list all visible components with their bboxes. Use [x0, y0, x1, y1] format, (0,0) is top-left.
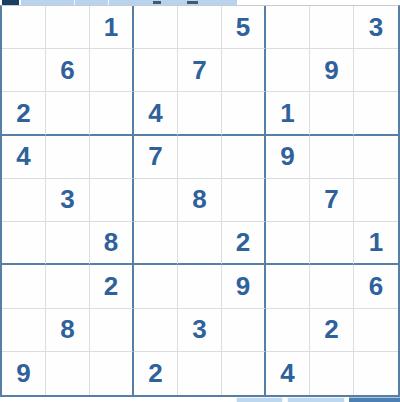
cell-r8c8[interactable]: 2 [310, 309, 354, 352]
cell-r3c4[interactable]: 4 [134, 92, 178, 135]
cell-r2c4[interactable] [134, 49, 178, 92]
cell-r9c8[interactable] [310, 352, 354, 395]
cell-r6c5[interactable] [178, 222, 222, 265]
cell-r6c1[interactable] [2, 222, 46, 265]
cell-r2c5[interactable]: 7 [178, 49, 222, 92]
cell-r4c4[interactable]: 7 [134, 136, 178, 179]
cell-r6c6[interactable]: 2 [222, 222, 266, 265]
cell-r3c9[interactable] [354, 92, 398, 135]
cell-r9c7[interactable]: 4 [266, 352, 310, 395]
cell-r5c5[interactable]: 8 [178, 179, 222, 222]
cell-r9c3[interactable] [90, 352, 134, 395]
cell-r5c7[interactable] [266, 179, 310, 222]
cell-r9c6[interactable] [222, 352, 266, 395]
cell-r5c6[interactable] [222, 179, 266, 222]
cell-r3c3[interactable] [90, 92, 134, 135]
cell-r7c8[interactable] [310, 265, 354, 308]
cell-r5c1[interactable] [2, 179, 46, 222]
cell-r4c5[interactable] [178, 136, 222, 179]
cell-r6c7[interactable] [266, 222, 310, 265]
cell-r4c6[interactable] [222, 136, 266, 179]
cell-r7c2[interactable] [46, 265, 90, 308]
cell-r2c9[interactable] [354, 49, 398, 92]
cell-r5c2[interactable]: 3 [46, 179, 90, 222]
cell-r1c9[interactable]: 3 [354, 6, 398, 49]
cell-r2c2[interactable]: 6 [46, 49, 90, 92]
cell-r9c5[interactable] [178, 352, 222, 395]
taskbar-fragment-2 [287, 397, 345, 402]
cell-r8c6[interactable] [222, 309, 266, 352]
cell-r1c1[interactable] [2, 6, 46, 49]
cell-r1c8[interactable] [310, 6, 354, 49]
cell-r4c2[interactable] [46, 136, 90, 179]
cell-r5c4[interactable] [134, 179, 178, 222]
cell-r1c6[interactable]: 5 [222, 6, 266, 49]
cell-r3c8[interactable] [310, 92, 354, 135]
cell-r9c2[interactable] [46, 352, 90, 395]
cell-r6c2[interactable] [46, 222, 90, 265]
cell-r4c8[interactable] [310, 136, 354, 179]
cell-r1c3[interactable]: 1 [90, 6, 134, 49]
cell-r9c4[interactable]: 2 [134, 352, 178, 395]
cell-r9c1[interactable]: 9 [2, 352, 46, 395]
cell-r8c5[interactable]: 3 [178, 309, 222, 352]
cell-r1c2[interactable] [46, 6, 90, 49]
cell-r7c3[interactable]: 2 [90, 265, 134, 308]
cell-r3c2[interactable] [46, 92, 90, 135]
cell-r4c7[interactable]: 9 [266, 136, 310, 179]
cell-r9c9[interactable] [354, 352, 398, 395]
cell-r3c1[interactable]: 2 [2, 92, 46, 135]
cell-r3c7[interactable]: 1 [266, 92, 310, 135]
taskbar-fragment-3 [349, 397, 400, 402]
cell-r2c7[interactable] [266, 49, 310, 92]
cell-r6c8[interactable] [310, 222, 354, 265]
cell-r8c2[interactable]: 8 [46, 309, 90, 352]
cell-r7c9[interactable]: 6 [354, 265, 398, 308]
cell-r5c8[interactable]: 7 [310, 179, 354, 222]
cell-r8c9[interactable] [354, 309, 398, 352]
cell-r4c9[interactable] [354, 136, 398, 179]
cell-r8c3[interactable] [90, 309, 134, 352]
chrome-text-remnant-2 [187, 1, 198, 4]
cell-r2c3[interactable] [90, 49, 134, 92]
cell-r7c6[interactable]: 9 [222, 265, 266, 308]
cell-r7c5[interactable] [178, 265, 222, 308]
cell-r1c5[interactable] [178, 6, 222, 49]
cell-r3c6[interactable] [222, 92, 266, 135]
cell-r7c1[interactable] [2, 265, 46, 308]
cell-r6c4[interactable] [134, 222, 178, 265]
cell-r6c9[interactable]: 1 [354, 222, 398, 265]
cropped-browser-chrome-bottom [0, 397, 400, 402]
cell-r8c7[interactable] [266, 309, 310, 352]
cell-r2c8[interactable]: 9 [310, 49, 354, 92]
cell-r8c1[interactable] [2, 309, 46, 352]
cell-r1c4[interactable] [134, 6, 178, 49]
cell-r2c1[interactable] [2, 49, 46, 92]
cell-r4c1[interactable]: 4 [2, 136, 46, 179]
cell-r6c3[interactable]: 8 [90, 222, 134, 265]
sudoku-grid: 153679241479387821296832924 [0, 5, 400, 397]
cell-r1c7[interactable] [266, 6, 310, 49]
cell-r7c4[interactable] [134, 265, 178, 308]
cell-r5c9[interactable] [354, 179, 398, 222]
cell-r4c3[interactable] [90, 136, 134, 179]
cell-r2c6[interactable] [222, 49, 266, 92]
cell-r5c3[interactable] [90, 179, 134, 222]
chrome-text-remnant-1 [153, 1, 161, 4]
taskbar-fragment-1 [236, 397, 283, 402]
cell-r7c7[interactable] [266, 265, 310, 308]
cell-r8c4[interactable] [134, 309, 178, 352]
cell-r3c5[interactable] [178, 92, 222, 135]
